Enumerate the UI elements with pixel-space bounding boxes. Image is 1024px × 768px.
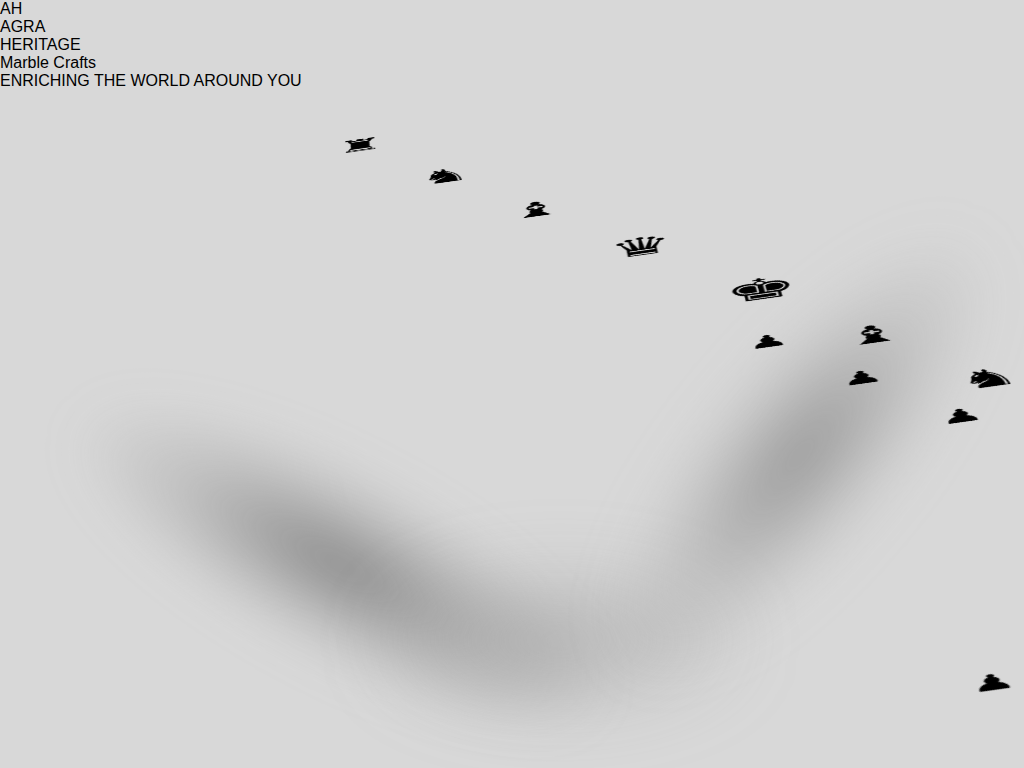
black-pawn-glyph: ♟ bbox=[936, 403, 987, 429]
black-king-glyph: ♚ bbox=[720, 269, 802, 311]
black-queen-glyph: ♛ bbox=[607, 229, 677, 265]
box-lid-top: ♜♞♝♛♚♝♞♜♟♟♟♟♟♟♟♟♟♟♟♟♟♟♟♟♜♞♝♛♚♝♞♜ bbox=[92, 152, 918, 659]
piece-shadow bbox=[518, 302, 892, 644]
piece-shadow bbox=[905, 435, 1024, 768]
piece-shadow bbox=[631, 341, 1000, 702]
black-rook-glyph: ♜ bbox=[337, 133, 384, 158]
scene: ♜♞♝♛♚♝♞♜♟♟♟♟♟♟♟♟♟♟♟♟♟♟♟♟♜♞♝♛♚♝♞♜ bbox=[0, 0, 1024, 768]
black-pawn-c7[interactable]: ♟ bbox=[935, 322, 1024, 430]
piece-shadow bbox=[966, 455, 1024, 768]
piece-shadow bbox=[191, 187, 573, 478]
piece-shadow bbox=[735, 377, 1024, 755]
black-knight-glyph: ♞ bbox=[419, 162, 472, 190]
black-knight-b8[interactable]: ♞ bbox=[419, 96, 944, 190]
white-pawn-a2[interactable]: ♟ bbox=[966, 575, 1024, 699]
black-knight-glyph: ♞ bbox=[954, 361, 1024, 396]
black-pawn-glyph: ♟ bbox=[745, 329, 791, 353]
pieces-layer: ♜♞♝♛♚♝♞♜♟♟♟♟♟♟♟♟♟♟♟♟♟♟♟♟♜♞♝♛♚♝♞♜ bbox=[92, 152, 1024, 768]
piece-shadow bbox=[581, 324, 952, 676]
product-photo-stage: ♜♞♝♛♚♝♞♜♟♟♟♟♟♟♟♟♟♟♟♟♟♟♟♟♜♞♝♛♚♝♞♜ AH AGRA… bbox=[0, 0, 1024, 768]
piece-shadow bbox=[92, 152, 474, 428]
piece-shadow bbox=[139, 169, 521, 452]
piece-shadow bbox=[391, 258, 769, 580]
black-bishop-glyph: ♝ bbox=[508, 195, 565, 225]
piece-shadow bbox=[790, 396, 1024, 768]
piece-shadow bbox=[246, 207, 627, 507]
piece-shadow bbox=[682, 359, 1024, 728]
black-pawn-glyph: ♟ bbox=[838, 365, 887, 390]
piece-shadow bbox=[313, 231, 693, 541]
piece-shadow bbox=[847, 415, 1024, 768]
white-pawn-glyph: ♟ bbox=[966, 667, 1019, 697]
chess-box: ♜♞♝♛♚♝♞♜♟♟♟♟♟♟♟♟♟♟♟♟♟♟♟♟♜♞♝♛♚♝♞♜ bbox=[92, 152, 918, 659]
